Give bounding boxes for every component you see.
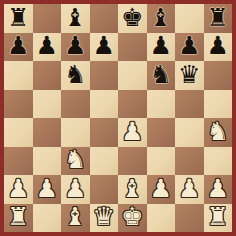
white-pawn[interactable]: ♟ [150, 175, 172, 203]
square-f4[interactable] [147, 118, 176, 147]
square-a4[interactable] [4, 118, 33, 147]
square-b8[interactable] [33, 4, 62, 33]
square-h1[interactable]: ♜ [204, 204, 233, 233]
square-d2[interactable] [90, 175, 119, 204]
square-e6[interactable] [118, 61, 147, 90]
square-b4[interactable] [33, 118, 62, 147]
square-g8[interactable] [175, 4, 204, 33]
black-knight[interactable]: ♞ [64, 61, 86, 89]
square-e5[interactable] [118, 90, 147, 119]
square-g5[interactable] [175, 90, 204, 119]
square-f8[interactable]: ♝ [147, 4, 176, 33]
white-pawn[interactable]: ♟ [7, 175, 29, 203]
square-c2[interactable]: ♟ [61, 175, 90, 204]
white-bishop[interactable]: ♝ [121, 175, 143, 203]
black-rook[interactable]: ♜ [207, 4, 229, 32]
black-bishop[interactable]: ♝ [150, 4, 172, 32]
square-e1[interactable]: ♚ [118, 204, 147, 233]
white-queen[interactable]: ♛ [93, 204, 115, 232]
black-rook[interactable]: ♜ [7, 4, 29, 32]
square-h7[interactable]: ♟ [204, 33, 233, 62]
square-g1[interactable] [175, 204, 204, 233]
square-c6[interactable]: ♞ [61, 61, 90, 90]
square-f1[interactable] [147, 204, 176, 233]
black-pawn[interactable]: ♟ [207, 33, 229, 61]
square-f6[interactable]: ♞ [147, 61, 176, 90]
board-grid: ♜♝♚♝♜♟♟♟♟♟♟♟♞♞♛♟♞♞♟♟♟♝♟♟♟♜♝♛♚♜ [4, 4, 232, 232]
square-e2[interactable]: ♝ [118, 175, 147, 204]
square-b3[interactable] [33, 147, 62, 176]
square-d7[interactable]: ♟ [90, 33, 119, 62]
square-g4[interactable] [175, 118, 204, 147]
square-h4[interactable]: ♞ [204, 118, 233, 147]
chess-board: ♜♝♚♝♜♟♟♟♟♟♟♟♞♞♛♟♞♞♟♟♟♝♟♟♟♜♝♛♚♜ [0, 0, 236, 236]
square-e8[interactable]: ♚ [118, 4, 147, 33]
black-pawn[interactable]: ♟ [7, 33, 29, 61]
square-a5[interactable] [4, 90, 33, 119]
square-g7[interactable]: ♟ [175, 33, 204, 62]
square-a8[interactable]: ♜ [4, 4, 33, 33]
square-a1[interactable]: ♜ [4, 204, 33, 233]
black-bishop[interactable]: ♝ [64, 4, 86, 32]
square-d1[interactable]: ♛ [90, 204, 119, 233]
black-king[interactable]: ♚ [121, 4, 143, 32]
black-knight[interactable]: ♞ [150, 61, 172, 89]
white-knight[interactable]: ♞ [64, 147, 86, 175]
square-e7[interactable] [118, 33, 147, 62]
square-d5[interactable] [90, 90, 119, 119]
square-c5[interactable] [61, 90, 90, 119]
square-a3[interactable] [4, 147, 33, 176]
square-c4[interactable] [61, 118, 90, 147]
square-h6[interactable] [204, 61, 233, 90]
square-d4[interactable] [90, 118, 119, 147]
square-b6[interactable] [33, 61, 62, 90]
square-g2[interactable]: ♟ [175, 175, 204, 204]
square-g3[interactable] [175, 147, 204, 176]
square-e4[interactable]: ♟ [118, 118, 147, 147]
black-pawn[interactable]: ♟ [178, 33, 200, 61]
white-pawn[interactable]: ♟ [207, 175, 229, 203]
square-h5[interactable] [204, 90, 233, 119]
square-h8[interactable]: ♜ [204, 4, 233, 33]
white-rook[interactable]: ♜ [207, 204, 229, 232]
square-b7[interactable]: ♟ [33, 33, 62, 62]
square-b2[interactable]: ♟ [33, 175, 62, 204]
white-pawn[interactable]: ♟ [36, 175, 58, 203]
square-d3[interactable] [90, 147, 119, 176]
square-d8[interactable] [90, 4, 119, 33]
black-queen[interactable]: ♛ [178, 61, 200, 89]
square-h3[interactable] [204, 147, 233, 176]
square-a7[interactable]: ♟ [4, 33, 33, 62]
white-rook[interactable]: ♜ [7, 204, 29, 232]
square-f3[interactable] [147, 147, 176, 176]
square-c1[interactable]: ♝ [61, 204, 90, 233]
square-a6[interactable] [4, 61, 33, 90]
square-e3[interactable] [118, 147, 147, 176]
white-pawn[interactable]: ♟ [121, 118, 143, 146]
black-pawn[interactable]: ♟ [36, 33, 58, 61]
square-d6[interactable] [90, 61, 119, 90]
square-g6[interactable]: ♛ [175, 61, 204, 90]
square-a2[interactable]: ♟ [4, 175, 33, 204]
white-king[interactable]: ♚ [121, 204, 143, 232]
square-f2[interactable]: ♟ [147, 175, 176, 204]
black-pawn[interactable]: ♟ [150, 33, 172, 61]
black-pawn[interactable]: ♟ [93, 33, 115, 61]
square-h2[interactable]: ♟ [204, 175, 233, 204]
white-bishop[interactable]: ♝ [64, 204, 86, 232]
white-pawn[interactable]: ♟ [64, 175, 86, 203]
black-pawn[interactable]: ♟ [64, 33, 86, 61]
square-c8[interactable]: ♝ [61, 4, 90, 33]
square-c7[interactable]: ♟ [61, 33, 90, 62]
square-f5[interactable] [147, 90, 176, 119]
white-pawn[interactable]: ♟ [178, 175, 200, 203]
white-knight[interactable]: ♞ [207, 118, 229, 146]
square-b5[interactable] [33, 90, 62, 119]
square-c3[interactable]: ♞ [61, 147, 90, 176]
square-b1[interactable] [33, 204, 62, 233]
square-f7[interactable]: ♟ [147, 33, 176, 62]
